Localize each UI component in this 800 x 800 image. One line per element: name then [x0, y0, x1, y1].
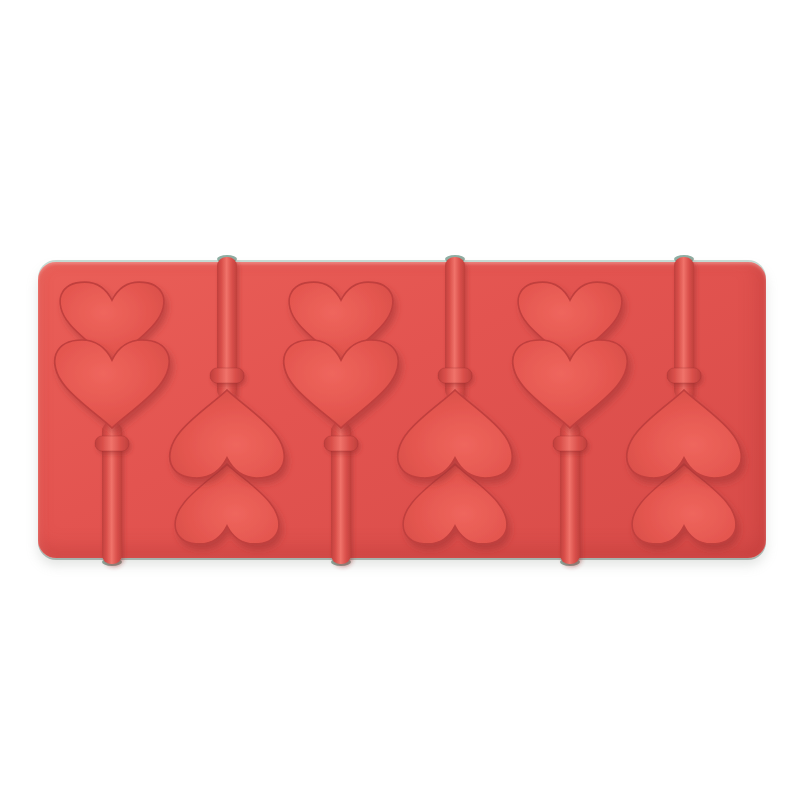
- lollipop-cavity-2: [170, 255, 285, 544]
- lollipop-cavity-1: [55, 282, 170, 566]
- collar-ring: [438, 368, 472, 383]
- collar-ring: [667, 368, 701, 383]
- photo-canvas: [0, 0, 800, 800]
- lollipop-cavity-4: [398, 255, 513, 544]
- mold-cavities-svg: [38, 262, 766, 558]
- collar-ring: [324, 436, 358, 451]
- lollipop-cavity-6: [627, 255, 742, 544]
- lollipop-cavity-5: [513, 282, 628, 566]
- lollipop-cavity-3: [284, 282, 399, 566]
- silicone-mold: [38, 262, 766, 558]
- collar-ring: [553, 436, 587, 451]
- collar-ring: [95, 436, 129, 451]
- collar-ring: [210, 368, 244, 383]
